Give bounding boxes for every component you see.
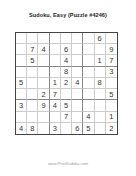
cell-r5c9 (106, 78, 117, 89)
cell-r6c4: 7 (50, 89, 61, 100)
cell-r2c3: 4 (38, 44, 49, 55)
cell-r4c2 (27, 67, 38, 78)
cell-r9c1: 4 (16, 123, 27, 134)
cell-r7c7 (83, 100, 94, 111)
cell-r2c8 (95, 44, 106, 55)
cell-r3c7 (83, 55, 94, 66)
cell-r2c5: 6 (61, 44, 72, 55)
cell-r8c6 (72, 112, 83, 123)
cell-r5c8: 8 (95, 78, 106, 89)
cell-r1c4 (50, 33, 61, 44)
cell-r2c2: 7 (27, 44, 38, 55)
cell-r4c3 (38, 67, 49, 78)
cell-r2c1 (16, 44, 27, 55)
cell-r1c2 (27, 33, 38, 44)
cell-r1c6 (72, 33, 83, 44)
cell-r9c4: 3 (50, 123, 61, 134)
cell-r3c1 (16, 55, 27, 66)
cell-r7c6 (72, 100, 83, 111)
cell-r9c2: 8 (27, 123, 38, 134)
cell-r9c9: 2 (106, 123, 117, 134)
cell-r6c6 (72, 89, 83, 100)
sudoku-board: 67469541783512482753945741483652 (15, 32, 118, 135)
cell-r6c1 (16, 89, 27, 100)
cell-r8c4 (50, 112, 61, 123)
cell-r9c6: 6 (72, 123, 83, 134)
cell-r6c5 (61, 89, 72, 100)
cell-r8c9: 1 (106, 112, 117, 123)
cell-r2c9: 9 (106, 44, 117, 55)
cell-r7c8 (95, 100, 106, 111)
cell-r2c6 (72, 44, 83, 55)
cell-r1c5 (61, 33, 72, 44)
cell-r3c2: 5 (27, 55, 38, 66)
cell-r8c1 (16, 112, 27, 123)
cell-r5c7 (83, 78, 94, 89)
cell-r1c7 (83, 33, 94, 44)
cell-r3c8: 1 (95, 55, 106, 66)
cell-r7c1: 3 (16, 100, 27, 111)
cell-r4c9: 3 (106, 67, 117, 78)
cell-r1c9 (106, 33, 117, 44)
cell-r9c7: 5 (83, 123, 94, 134)
cell-r8c7: 4 (83, 112, 94, 123)
page-title: Sudoku, Easy (Puzzle #4246) (0, 12, 136, 18)
cell-r6c2 (27, 89, 38, 100)
cell-r3c3 (38, 55, 49, 66)
cell-r7c2 (27, 100, 38, 111)
cell-r1c1 (16, 33, 27, 44)
cell-r8c8 (95, 112, 106, 123)
cell-r2c4 (50, 44, 61, 55)
cell-r3c5: 4 (61, 55, 72, 66)
cell-r8c5: 7 (61, 112, 72, 123)
footer-url: www.PrintSudoku.com (0, 161, 136, 166)
cell-r5c1: 5 (16, 78, 27, 89)
cell-r4c7 (83, 67, 94, 78)
cell-r6c3: 2 (38, 89, 49, 100)
cell-r8c3 (38, 112, 49, 123)
cell-r4c5: 8 (61, 67, 72, 78)
cell-r5c3 (38, 78, 49, 89)
cell-r9c3 (38, 123, 49, 134)
cell-r7c4: 4 (50, 100, 61, 111)
cell-r1c3 (38, 33, 49, 44)
cell-r5c6: 4 (72, 78, 83, 89)
cell-r6c8 (95, 89, 106, 100)
cell-r6c7 (83, 89, 94, 100)
cell-r2c7 (83, 44, 94, 55)
cell-r7c5: 5 (61, 100, 72, 111)
cell-r7c9 (106, 100, 117, 111)
cell-r1c8: 6 (95, 33, 106, 44)
cell-r4c6 (72, 67, 83, 78)
cell-r6c9: 5 (106, 89, 117, 100)
cell-r4c1 (16, 67, 27, 78)
sudoku-page: { "game": "sudoku", "title": "Sudoku, Ea… (0, 0, 136, 176)
cell-r7c3: 9 (38, 100, 49, 111)
cell-r9c5 (61, 123, 72, 134)
cell-r4c4 (50, 67, 61, 78)
cell-r4c8 (95, 67, 106, 78)
cell-r8c2 (27, 112, 38, 123)
cell-r5c2 (27, 78, 38, 89)
cell-r5c5: 2 (61, 78, 72, 89)
cell-r3c9: 7 (106, 55, 117, 66)
cell-r3c4 (50, 55, 61, 66)
cell-r5c4: 1 (50, 78, 61, 89)
cell-r3c6 (72, 55, 83, 66)
cell-r9c8 (95, 123, 106, 134)
